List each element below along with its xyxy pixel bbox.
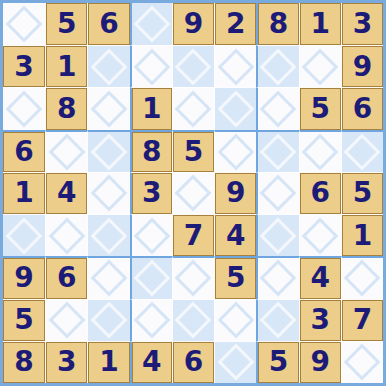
- diamond-outline-icon: [260, 91, 297, 128]
- cell-r2c7[interactable]: [256, 45, 298, 87]
- cell-r5c6[interactable]: 9: [214, 172, 256, 214]
- diamond-outline-icon: [260, 133, 297, 170]
- cell-r8c2[interactable]: [45, 299, 87, 341]
- diamond-outline-icon: [91, 260, 128, 297]
- given-digit: 1: [57, 53, 76, 81]
- cell-r1c7[interactable]: 8: [256, 3, 298, 45]
- cell-r1c5[interactable]: 9: [172, 3, 214, 45]
- given-digit: 8: [57, 95, 76, 123]
- given-digit: 3: [142, 179, 161, 207]
- cell-r2c2[interactable]: 1: [45, 45, 87, 87]
- given-digit: 6: [353, 95, 372, 123]
- diamond-outline-icon: [91, 217, 128, 254]
- cell-r8c7[interactable]: [256, 299, 298, 341]
- diamond-outline-icon: [175, 302, 212, 339]
- diamond-outline-icon: [91, 133, 128, 170]
- given-digit: 8: [14, 348, 33, 376]
- cell-r9c8[interactable]: 9: [299, 341, 341, 383]
- diamond-outline-icon: [91, 91, 128, 128]
- cell-r9c3[interactable]: 1: [87, 341, 129, 383]
- cell-r6c9[interactable]: 1: [341, 214, 383, 256]
- sudoku-board: 5692813319815668514396574196545378314659: [0, 0, 386, 386]
- diamond-outline-icon: [133, 217, 170, 254]
- cell-r7c3[interactable]: [87, 256, 129, 298]
- cell-r8c9[interactable]: 7: [341, 299, 383, 341]
- cell-r6c5[interactable]: 7: [172, 214, 214, 256]
- diamond-outline-icon: [48, 217, 85, 254]
- cell-r6c6[interactable]: 4: [214, 214, 256, 256]
- given-digit: 4: [142, 348, 161, 376]
- diamond-outline-icon: [133, 302, 170, 339]
- cell-r5c3[interactable]: [87, 172, 129, 214]
- diamond-outline-icon: [217, 48, 254, 85]
- cell-r1c9[interactable]: 3: [341, 3, 383, 45]
- diamond-outline-icon: [260, 217, 297, 254]
- diamond-outline-icon: [302, 48, 339, 85]
- given-digit: 4: [226, 222, 245, 250]
- diamond-outline-icon: [6, 217, 43, 254]
- given-digit: 9: [14, 264, 33, 292]
- diamond-outline-icon: [133, 260, 170, 297]
- cell-r1c8[interactable]: 1: [299, 3, 341, 45]
- diamond-outline-icon: [91, 302, 128, 339]
- cell-r2c3[interactable]: [87, 45, 129, 87]
- diamond-outline-icon: [344, 260, 381, 297]
- cell-r3c2[interactable]: 8: [45, 87, 87, 129]
- cell-r3c5[interactable]: [172, 87, 214, 129]
- given-digit: 6: [14, 138, 33, 166]
- cell-r3c6[interactable]: [214, 87, 256, 129]
- diamond-outline-icon: [133, 6, 170, 43]
- given-digit: 5: [353, 179, 372, 207]
- cell-r7c1[interactable]: 9: [3, 256, 45, 298]
- given-digit: 5: [310, 95, 329, 123]
- given-digit: 7: [353, 306, 372, 334]
- cell-r7c2[interactable]: 6: [45, 256, 87, 298]
- cell-r4c7[interactable]: [256, 130, 298, 172]
- cell-r2c5[interactable]: [172, 45, 214, 87]
- cell-r4c8[interactable]: [299, 130, 341, 172]
- cell-r4c2[interactable]: [45, 130, 87, 172]
- cell-r4c5[interactable]: 5: [172, 130, 214, 172]
- given-digit: 8: [269, 10, 288, 38]
- diamond-outline-icon: [344, 344, 381, 381]
- diamond-outline-icon: [133, 48, 170, 85]
- diamond-outline-icon: [217, 91, 254, 128]
- cell-r1c3[interactable]: 6: [87, 3, 129, 45]
- cell-r6c3[interactable]: [87, 214, 129, 256]
- diamond-outline-icon: [217, 302, 254, 339]
- diamond-outline-icon: [175, 91, 212, 128]
- given-digit: 3: [353, 10, 372, 38]
- given-digit: 1: [142, 95, 161, 123]
- cell-r8c4[interactable]: [130, 299, 172, 341]
- cell-r9c4[interactable]: 4: [130, 341, 172, 383]
- given-digit: 5: [226, 264, 245, 292]
- diamond-outline-icon: [344, 133, 381, 170]
- cell-r3c9[interactable]: 6: [341, 87, 383, 129]
- diamond-outline-icon: [175, 260, 212, 297]
- cell-r2c1[interactable]: 3: [3, 45, 45, 87]
- cell-r7c8[interactable]: 4: [299, 256, 341, 298]
- cell-r4c1[interactable]: 6: [3, 130, 45, 172]
- given-digit: 5: [269, 348, 288, 376]
- given-digit: 1: [310, 10, 329, 38]
- cell-r9c1[interactable]: 8: [3, 341, 45, 383]
- diamond-outline-icon: [217, 133, 254, 170]
- cell-r3c3[interactable]: [87, 87, 129, 129]
- given-digit: 9: [184, 10, 203, 38]
- given-digit: 6: [99, 10, 118, 38]
- cell-r4c4[interactable]: 8: [130, 130, 172, 172]
- given-digit: 3: [57, 348, 76, 376]
- diamond-outline-icon: [175, 48, 212, 85]
- cell-r8c1[interactable]: 5: [3, 299, 45, 341]
- cell-r9c9[interactable]: [341, 341, 383, 383]
- diamond-outline-icon: [260, 302, 297, 339]
- given-digit: 9: [353, 53, 372, 81]
- cell-r5c4[interactable]: 3: [130, 172, 172, 214]
- cell-r4c6[interactable]: [214, 130, 256, 172]
- diamond-outline-icon: [6, 6, 43, 43]
- given-digit: 5: [14, 306, 33, 334]
- cell-r9c6[interactable]: [214, 341, 256, 383]
- given-digit: 1: [353, 222, 372, 250]
- given-digit: 9: [226, 179, 245, 207]
- given-digit: 4: [310, 264, 329, 292]
- cell-r5c8[interactable]: 6: [299, 172, 341, 214]
- diamond-outline-icon: [175, 175, 212, 212]
- given-digit: 4: [57, 179, 76, 207]
- cell-r7c6[interactable]: 5: [214, 256, 256, 298]
- cell-r5c7[interactable]: [256, 172, 298, 214]
- cell-r8c8[interactable]: 3: [299, 299, 341, 341]
- cell-r9c2[interactable]: 3: [45, 341, 87, 383]
- cell-r6c7[interactable]: [256, 214, 298, 256]
- given-digit: 3: [14, 53, 33, 81]
- cell-r7c7[interactable]: [256, 256, 298, 298]
- cell-r1c6[interactable]: 2: [214, 3, 256, 45]
- cell-r8c5[interactable]: [172, 299, 214, 341]
- cell-r2c9[interactable]: 9: [341, 45, 383, 87]
- cell-r9c5[interactable]: 6: [172, 341, 214, 383]
- given-digit: 6: [184, 348, 203, 376]
- cell-r5c9[interactable]: 5: [341, 172, 383, 214]
- cell-r1c2[interactable]: 5: [45, 3, 87, 45]
- cell-r1c4[interactable]: [130, 3, 172, 45]
- given-digit: 9: [310, 348, 329, 376]
- given-digit: 8: [142, 138, 161, 166]
- cell-r6c4[interactable]: [130, 214, 172, 256]
- cell-r2c8[interactable]: [299, 45, 341, 87]
- given-digit: 3: [310, 306, 329, 334]
- diamond-outline-icon: [48, 302, 85, 339]
- cell-r6c1[interactable]: [3, 214, 45, 256]
- diamond-outline-icon: [48, 133, 85, 170]
- cell-r2c4[interactable]: [130, 45, 172, 87]
- cell-r7c9[interactable]: [341, 256, 383, 298]
- diamond-outline-icon: [302, 133, 339, 170]
- cell-r1c1[interactable]: [3, 3, 45, 45]
- cell-r7c4[interactable]: [130, 256, 172, 298]
- diamond-outline-icon: [91, 175, 128, 212]
- given-digit: 1: [14, 179, 33, 207]
- diamond-outline-icon: [217, 344, 254, 381]
- cell-r8c3[interactable]: [87, 299, 129, 341]
- given-digit: 2: [226, 10, 245, 38]
- given-digit: 7: [184, 222, 203, 250]
- given-digit: 5: [57, 10, 76, 38]
- cell-r6c2[interactable]: [45, 214, 87, 256]
- cell-r5c5[interactable]: [172, 172, 214, 214]
- cell-r6c8[interactable]: [299, 214, 341, 256]
- given-digit: 6: [310, 179, 329, 207]
- diamond-outline-icon: [260, 175, 297, 212]
- cell-r5c2[interactable]: 4: [45, 172, 87, 214]
- diamond-outline-icon: [91, 48, 128, 85]
- cell-r3c7[interactable]: [256, 87, 298, 129]
- cell-r7c5[interactable]: [172, 256, 214, 298]
- diamond-outline-icon: [260, 260, 297, 297]
- cell-r3c8[interactable]: 5: [299, 87, 341, 129]
- cell-r9c7[interactable]: 5: [256, 341, 298, 383]
- cell-r2c6[interactable]: [214, 45, 256, 87]
- given-digit: 6: [57, 264, 76, 292]
- diamond-outline-icon: [302, 217, 339, 254]
- cell-r8c6[interactable]: [214, 299, 256, 341]
- given-digit: 1: [99, 348, 118, 376]
- cell-r4c9[interactable]: [341, 130, 383, 172]
- cell-r3c4[interactable]: 1: [130, 87, 172, 129]
- cell-r3c1[interactable]: [3, 87, 45, 129]
- given-digit: 5: [184, 138, 203, 166]
- diamond-outline-icon: [260, 48, 297, 85]
- cell-r4c3[interactable]: [87, 130, 129, 172]
- cell-r5c1[interactable]: 1: [3, 172, 45, 214]
- diamond-outline-icon: [6, 91, 43, 128]
